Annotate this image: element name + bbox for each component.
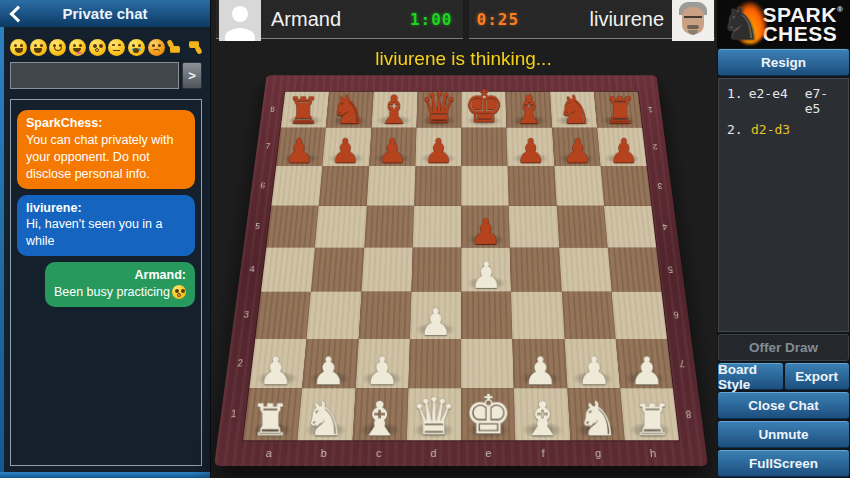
black-pawn[interactable]: ♟: [322, 134, 368, 168]
square-b4[interactable]: [311, 248, 364, 292]
black-pawn[interactable]: ♟: [507, 134, 553, 168]
square-b5[interactable]: [315, 206, 366, 248]
square-b1[interactable]: ♞: [297, 388, 355, 440]
square-d1[interactable]: ♛: [406, 388, 461, 440]
white-pawn[interactable]: ♟: [302, 351, 355, 389]
square-c7[interactable]: ♟: [368, 128, 415, 166]
square-c4[interactable]: [361, 248, 412, 292]
board-grid: ♜♞♝♛♚♝♞♜♟♟♟♟♟♟♟♟♟♟♟♟♟♟♟♟♜♞♝♛♚♝♞♜: [243, 92, 679, 441]
move-number: 1.: [727, 86, 749, 116]
coord-label-e: e: [461, 443, 516, 463]
square-d6[interactable]: [413, 166, 461, 206]
knight-logo-icon: ♞: [721, 2, 760, 46]
square-f3[interactable]: [511, 292, 564, 339]
square-h2[interactable]: ♟: [615, 339, 672, 388]
black-pawn[interactable]: ♟: [554, 134, 600, 168]
square-h1[interactable]: ♜: [619, 388, 678, 440]
coord-label-4: 4: [240, 248, 264, 292]
offer-draw-button[interactable]: Offer Draw: [718, 334, 849, 361]
black-pawn[interactable]: ♟: [415, 134, 461, 168]
white-clock: 1:00: [410, 10, 453, 29]
coord-label-5: 5: [246, 206, 269, 248]
coord-label-3: 3: [649, 166, 671, 206]
white-move: e2-e4: [749, 86, 805, 116]
coord-label-d: d: [405, 443, 460, 463]
square-d2[interactable]: [408, 339, 461, 388]
unmute-button[interactable]: Unmute: [718, 421, 849, 448]
square-g6[interactable]: [554, 166, 604, 206]
grinning-face-emoji[interactable]: [10, 39, 27, 56]
chat-header: Private chat: [0, 0, 210, 27]
black-rook[interactable]: ♜: [280, 92, 325, 129]
square-e7[interactable]: [461, 128, 507, 166]
avatar-glasses: [684, 16, 702, 23]
black-pawn[interactable]: ♟: [368, 134, 414, 168]
black-bishop[interactable]: ♝: [371, 90, 416, 129]
square-e8[interactable]: ♚: [461, 92, 506, 128]
coord-label-4: 4: [653, 206, 676, 248]
white-bishop[interactable]: ♝: [515, 395, 570, 442]
thinking-status: liviurene is thinking...: [210, 48, 717, 70]
square-h7[interactable]: ♟: [597, 128, 647, 166]
chat-input-row: >: [10, 62, 202, 89]
flushed-face-emoji[interactable]: [89, 39, 106, 56]
square-a5[interactable]: [266, 206, 319, 248]
square-f4[interactable]: [510, 248, 561, 292]
square-g5[interactable]: [556, 206, 607, 248]
back-chevron-icon[interactable]: [10, 6, 27, 23]
black-queen[interactable]: ♛: [416, 87, 461, 130]
message-author: SparkChess:: [26, 115, 186, 132]
square-e3[interactable]: [461, 292, 512, 339]
square-a4[interactable]: [261, 248, 315, 292]
square-h8[interactable]: ♜: [593, 92, 641, 128]
coord-label-1: 1: [640, 92, 661, 128]
coord-label-b: b: [295, 443, 351, 463]
coord-label-7: 7: [257, 128, 278, 166]
close-chat-button[interactable]: Close Chat: [718, 392, 849, 419]
square-a3[interactable]: [255, 292, 311, 339]
white-player-avatar: [219, 0, 261, 41]
coord-label-g: g: [570, 443, 626, 463]
black-rook[interactable]: ♜: [597, 92, 642, 129]
square-d4[interactable]: [411, 248, 461, 292]
square-c1[interactable]: ♝: [352, 388, 408, 440]
coord-label-h: h: [624, 443, 681, 463]
square-e5[interactable]: ♟: [461, 206, 510, 248]
coord-label-6: 6: [251, 166, 273, 206]
coord-label-a: a: [240, 443, 297, 463]
white-move-highlighted: d2-d3: [751, 122, 813, 137]
angry-face-emoji[interactable]: [148, 39, 165, 56]
black-clock: 0:25: [477, 10, 520, 29]
black-bishop[interactable]: ♝: [506, 90, 551, 129]
thumbs-down-emoji[interactable]: [186, 39, 202, 55]
unamused-face-emoji[interactable]: [108, 39, 125, 56]
move-list: 1. e2-e4 e7-e5 2. d2-d3: [718, 78, 849, 332]
black-move: e7-e5: [805, 86, 840, 116]
coord-label-6: 6: [664, 292, 688, 339]
coord-label-f: f: [515, 443, 571, 463]
message-text: Hi, haven't seen you in a while: [26, 217, 163, 248]
square-d7[interactable]: ♟: [415, 128, 461, 166]
flushed-face-icon: [172, 285, 186, 299]
message-text: Been busy practicing: [54, 285, 170, 299]
registered-mark: ®: [837, 5, 843, 14]
panel-bottom-bar: [0, 472, 210, 478]
square-c5[interactable]: [363, 206, 413, 248]
square-d5[interactable]: [412, 206, 461, 248]
slightly-smiling-face-emoji[interactable]: [49, 39, 66, 56]
square-a7[interactable]: ♟: [276, 128, 326, 166]
square-g7[interactable]: ♟: [551, 128, 599, 166]
board-style-button[interactable]: Board Style: [718, 363, 783, 390]
move-row: 1. e2-e4 e7-e5: [727, 86, 840, 116]
coord-label-5: 5: [658, 248, 681, 292]
black-player-avatar: [672, 0, 714, 41]
square-a1[interactable]: ♜: [243, 388, 302, 440]
chat-message-self: Armand: Been busy practicing: [45, 262, 195, 307]
square-h4[interactable]: [607, 248, 661, 292]
white-pawn[interactable]: ♟: [514, 351, 567, 389]
square-c6[interactable]: [366, 166, 415, 206]
black-knight[interactable]: ♞: [551, 90, 596, 129]
coord-label-c: c: [350, 443, 406, 463]
white-queen[interactable]: ♛: [406, 391, 461, 442]
move-number: 2.: [727, 122, 751, 137]
resign-button[interactable]: Resign: [718, 49, 849, 76]
panel-accent-edge: [0, 0, 4, 478]
square-e1[interactable]: ♚: [461, 388, 515, 440]
logo-chess: CHESS: [762, 24, 842, 43]
square-g4[interactable]: [558, 248, 611, 292]
sparkchess-logo: ♞ SPARK® CHESS: [717, 0, 850, 48]
coord-label-3: 3: [233, 292, 257, 339]
square-d8[interactable]: ♛: [416, 92, 461, 128]
black-player-name: liviurene: [590, 8, 664, 31]
chat-message-opponent: liviurene: Hi, haven't seen you in a whi…: [17, 195, 195, 257]
black-knight[interactable]: ♞: [325, 90, 370, 129]
white-pawn[interactable]: ♟: [620, 351, 673, 389]
square-f2[interactable]: ♟: [512, 339, 566, 388]
logo-text: SPARK® CHESS: [762, 5, 842, 44]
square-f6[interactable]: [507, 166, 556, 206]
white-bishop[interactable]: ♝: [351, 395, 406, 442]
player-bars: Armand 1:00 0:25 liviurene: [216, 0, 715, 40]
white-knight[interactable]: ♞: [297, 395, 352, 442]
chat-input[interactable]: [10, 62, 179, 89]
sidebar: ♞ SPARK® CHESS Resign 1. e2-e4 e7-e5 2. …: [717, 0, 850, 478]
square-h6[interactable]: [600, 166, 651, 206]
square-g8[interactable]: ♞: [549, 92, 596, 128]
square-b6[interactable]: [318, 166, 368, 206]
square-a2[interactable]: ♟: [249, 339, 306, 388]
avatar-mustache: [687, 25, 699, 29]
white-knight[interactable]: ♞: [570, 395, 625, 442]
square-g1[interactable]: ♞: [566, 388, 624, 440]
square-a8[interactable]: ♜: [280, 92, 328, 128]
square-e6[interactable]: [461, 166, 508, 206]
white-pawn[interactable]: ♟: [355, 351, 408, 389]
square-d3[interactable]: ♟: [409, 292, 461, 339]
square-b8[interactable]: ♞: [326, 92, 373, 128]
coord-label-2: 2: [644, 128, 665, 166]
square-g2[interactable]: ♟: [564, 339, 620, 388]
chess-board: ♜♞♝♛♚♝♞♜♟♟♟♟♟♟♟♟♟♟♟♟♟♟♟♟♜♞♝♛♚♝♞♜ abcdefg…: [214, 75, 708, 466]
chat-title: Private chat: [62, 5, 147, 22]
message-author: Armand:: [54, 267, 186, 284]
white-pawn[interactable]: ♟: [567, 351, 620, 389]
emoji-row: [10, 38, 202, 56]
square-h3[interactable]: [611, 292, 667, 339]
square-c8[interactable]: ♝: [371, 92, 417, 128]
square-h5[interactable]: [603, 206, 655, 248]
chat-message-system: SparkChess: You can chat privately with …: [17, 110, 195, 189]
square-e2[interactable]: [461, 339, 514, 388]
game-area: Armand 1:00 0:25 liviurene liviurene is …: [210, 0, 717, 478]
square-f8[interactable]: ♝: [505, 92, 551, 128]
white-pawn[interactable]: ♟: [461, 257, 511, 293]
send-button[interactable]: >: [182, 62, 202, 89]
white-rook[interactable]: ♜: [242, 398, 297, 442]
white-rook[interactable]: ♜: [624, 398, 679, 442]
chat-log: SparkChess: You can chat privately with …: [10, 99, 202, 466]
player-bar-white: Armand 1:00: [216, 0, 463, 39]
square-f7[interactable]: ♟: [506, 128, 553, 166]
export-button[interactable]: Export: [785, 363, 850, 390]
player-bar-black: 0:25 liviurene: [469, 0, 716, 39]
private-chat-panel: Private chat > SparkChess: You can chat …: [0, 0, 211, 478]
square-e4[interactable]: ♟: [461, 248, 511, 292]
avatar-beard: [688, 30, 698, 35]
style-export-row: Board Style Export: [717, 362, 850, 391]
white-king[interactable]: ♚: [461, 388, 516, 442]
message-author: liviurene:: [26, 200, 186, 217]
square-b7[interactable]: ♟: [322, 128, 371, 166]
square-f1[interactable]: ♝: [514, 388, 570, 440]
black-king[interactable]: ♚: [461, 84, 506, 129]
black-pawn[interactable]: ♟: [600, 134, 646, 168]
square-g3[interactable]: [561, 292, 615, 339]
grinning-smiling-eyes-emoji[interactable]: [30, 39, 47, 56]
black-pawn[interactable]: ♟: [461, 214, 510, 249]
message-text: You can chat privately with your opponen…: [26, 133, 174, 181]
white-pawn[interactable]: ♟: [249, 351, 302, 389]
white-player-name: Armand: [271, 8, 341, 31]
file-labels: abcdefgh: [240, 443, 681, 463]
square-b2[interactable]: ♟: [302, 339, 358, 388]
black-pawn[interactable]: ♟: [276, 134, 322, 168]
move-row: 2. d2-d3: [727, 122, 840, 137]
thumbs-up-emoji[interactable]: [167, 39, 183, 55]
coord-label-8: 8: [262, 92, 283, 128]
loudly-crying-emoji[interactable]: [128, 39, 145, 56]
square-b3[interactable]: [306, 292, 360, 339]
fullscreen-button[interactable]: FullScreen: [718, 450, 849, 477]
square-f5[interactable]: [508, 206, 558, 248]
white-pawn[interactable]: ♟: [409, 303, 461, 340]
board-scene: ♜♞♝♛♚♝♞♜♟♟♟♟♟♟♟♟♟♟♟♟♟♟♟♟♜♞♝♛♚♝♞♜ abcdefg…: [210, 40, 717, 478]
square-a6[interactable]: [271, 166, 322, 206]
square-c3[interactable]: [358, 292, 411, 339]
winking-tongue-emoji[interactable]: [69, 39, 86, 56]
square-c2[interactable]: ♟: [355, 339, 409, 388]
